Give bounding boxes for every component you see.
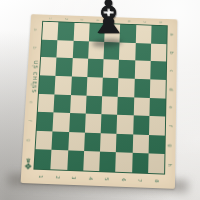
- board-square[interactable]: [52, 131, 69, 151]
- board-square[interactable]: [41, 39, 58, 57]
- board-square[interactable]: [83, 151, 100, 171]
- coord-label: 3: [80, 18, 84, 21]
- board-square[interactable]: [58, 22, 74, 40]
- coord-label: 8: [158, 21, 162, 24]
- board-square[interactable]: [71, 58, 88, 77]
- board-square[interactable]: [134, 61, 150, 80]
- board-square[interactable]: [84, 132, 101, 152]
- coord-label: g: [168, 144, 173, 147]
- board-square[interactable]: [133, 97, 149, 116]
- coord-label: 8: [154, 180, 159, 183]
- coord-label: f: [168, 126, 173, 128]
- board-square[interactable]: [73, 23, 89, 41]
- board-square[interactable]: [37, 112, 54, 131]
- coord-label: f: [28, 120, 33, 122]
- coord-label: a: [33, 28, 38, 31]
- coord-label: h: [168, 163, 173, 166]
- coord-label: c: [169, 69, 174, 72]
- board-square[interactable]: [67, 151, 84, 171]
- board-square[interactable]: [117, 96, 133, 115]
- board-square[interactable]: [39, 75, 56, 94]
- board-square[interactable]: [70, 95, 87, 114]
- board-square[interactable]: [148, 135, 164, 155]
- board-square[interactable]: [68, 132, 85, 152]
- board-square[interactable]: [85, 114, 102, 133]
- board-square[interactable]: [135, 25, 151, 43]
- coord-label: 2: [64, 17, 68, 20]
- board-square[interactable]: [115, 153, 132, 173]
- board-square[interactable]: [132, 153, 149, 173]
- coord-label: 7: [142, 20, 146, 23]
- board-square[interactable]: [56, 58, 73, 77]
- coord-label: g: [27, 139, 32, 142]
- board-square[interactable]: [34, 150, 51, 170]
- board-square[interactable]: [135, 43, 151, 61]
- board-square[interactable]: [69, 113, 86, 132]
- board-square[interactable]: [119, 60, 135, 79]
- board-square[interactable]: [150, 79, 166, 98]
- board-square[interactable]: [87, 59, 103, 78]
- board-square[interactable]: [100, 133, 117, 153]
- coord-label: 4: [88, 177, 93, 180]
- board-square[interactable]: [72, 40, 88, 58]
- logo-diamond-icon: ❖: [24, 162, 33, 170]
- board-square[interactable]: [54, 94, 71, 113]
- uschess-logo: ♛ ❖: [21, 157, 35, 171]
- coord-label: 1: [48, 17, 52, 20]
- board-square[interactable]: [149, 116, 165, 135]
- board-square[interactable]: [40, 57, 57, 76]
- board-square[interactable]: [150, 43, 166, 61]
- board-square[interactable]: [38, 93, 55, 112]
- coord-label: b: [170, 51, 175, 54]
- board-square[interactable]: [103, 59, 119, 78]
- board-square[interactable]: [119, 42, 135, 60]
- board-square[interactable]: [51, 150, 68, 170]
- board-square[interactable]: [133, 115, 149, 134]
- board-square[interactable]: [53, 113, 70, 132]
- board-square[interactable]: [148, 154, 165, 174]
- board-square[interactable]: [71, 76, 88, 95]
- board-square[interactable]: [116, 134, 133, 154]
- board-square[interactable]: [102, 78, 118, 97]
- coord-label: 7: [138, 179, 143, 182]
- board-square[interactable]: [151, 26, 167, 44]
- coord-label: e: [169, 106, 174, 109]
- coord-label: d: [169, 87, 174, 90]
- board-square[interactable]: [117, 115, 134, 134]
- coord-label: 2: [55, 176, 60, 179]
- board-square[interactable]: [57, 40, 73, 58]
- board-square[interactable]: [86, 77, 103, 96]
- board-square[interactable]: [36, 131, 53, 151]
- board-square[interactable]: [55, 76, 72, 95]
- coord-label: 6: [121, 178, 126, 181]
- board-square[interactable]: [101, 96, 118, 115]
- board-square[interactable]: [149, 98, 165, 117]
- board-square[interactable]: [118, 78, 134, 97]
- coord-label: 3: [72, 176, 77, 179]
- board-square[interactable]: [134, 79, 150, 98]
- board-square[interactable]: [132, 134, 149, 154]
- photo-scene: 12345678 12345678 abcdefgh abcdefgh US C…: [0, 0, 200, 200]
- coord-label: b: [32, 46, 37, 49]
- board-square[interactable]: [99, 152, 116, 172]
- board-square[interactable]: [86, 95, 103, 114]
- coord-label: 5: [105, 178, 110, 181]
- coord-label: e: [29, 101, 34, 104]
- board-square[interactable]: [150, 61, 166, 80]
- board-square[interactable]: [101, 114, 118, 133]
- coord-label: a: [170, 33, 175, 36]
- black-bishop[interactable]: ♝: [88, 0, 128, 40]
- board-square[interactable]: [42, 22, 58, 40]
- coord-label: 1: [39, 175, 44, 178]
